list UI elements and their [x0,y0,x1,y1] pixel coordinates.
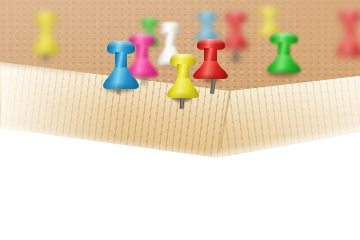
pushpin-red-far-right [337,9,360,57]
pushpin-green-front [267,33,301,73]
pushpin-layer [0,0,360,240]
pushpin-neck [278,42,290,56]
pushpin-blue-front [103,41,139,89]
pushpin-neck [265,14,274,24]
pushpin-needle-red-front [210,78,216,94]
pushpin-neck [146,24,153,34]
photo-stage [0,0,360,240]
pushpin-neck [41,22,50,37]
pushpin-yellow-far-left [33,12,59,54]
pushpin-neck [177,64,189,80]
pushpin-neck [345,20,354,37]
pushpin-base [33,35,59,54]
pushpin-needle-red-back [234,48,238,62]
pushpin-base [103,67,139,89]
pushpin-yellow-front [167,54,199,98]
pushpin-base [337,35,360,57]
pushpin-neck [231,21,240,34]
pushpin-base [267,55,301,73]
pushpin-blue-back [196,12,218,41]
pushpin-neck [204,48,217,62]
pushpin-base [167,78,199,98]
pushpin-yellow-back [257,7,281,36]
pushpin-neck [165,32,174,47]
pushpin-neck [115,52,128,69]
pushpin-neck [203,19,211,29]
